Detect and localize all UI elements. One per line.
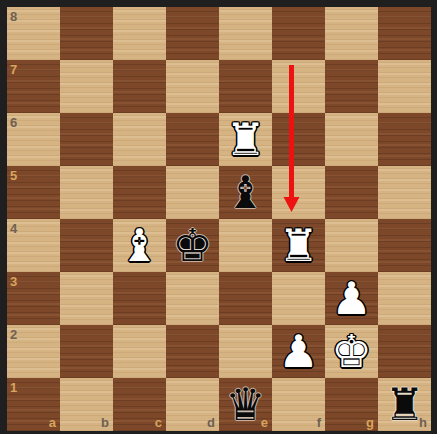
file-label-a: a [49,416,56,429]
square-f5[interactable] [272,166,325,219]
rank-label-5: 5 [10,169,17,182]
piece-white-pawn[interactable]: ♟ [272,325,325,378]
square-b2[interactable] [60,325,113,378]
square-a8[interactable]: 8 [7,7,60,60]
square-a5[interactable]: 5 [7,166,60,219]
square-c7[interactable] [113,60,166,113]
square-c4[interactable]: ♝ [113,219,166,272]
square-d6[interactable] [166,113,219,166]
piece-black-king[interactable]: ♚ [166,219,219,272]
square-c8[interactable] [113,7,166,60]
rank-label-2: 2 [10,328,17,341]
square-f7[interactable] [272,60,325,113]
square-h3[interactable] [378,272,431,325]
square-e2[interactable] [219,325,272,378]
square-d8[interactable] [166,7,219,60]
rank-label-3: 3 [10,275,17,288]
square-d7[interactable] [166,60,219,113]
piece-white-pawn[interactable]: ♟ [325,272,378,325]
rank-label-7: 7 [10,63,17,76]
square-f3[interactable] [272,272,325,325]
square-c6[interactable] [113,113,166,166]
piece-white-rook[interactable]: ♜ [272,219,325,272]
square-c5[interactable] [113,166,166,219]
square-d1[interactable]: d [166,378,219,431]
square-g3[interactable]: ♟ [325,272,378,325]
piece-black-rook[interactable]: ♜ [378,378,431,431]
square-f2[interactable]: ♟ [272,325,325,378]
square-c2[interactable] [113,325,166,378]
file-label-c: c [155,416,162,429]
square-g6[interactable] [325,113,378,166]
chess-board: 876♜5♝4♝♚♜3♟2♟♚1abcde♛fgh♜ [7,7,431,431]
piece-white-king[interactable]: ♚ [325,325,378,378]
square-h5[interactable] [378,166,431,219]
square-e1[interactable]: e♛ [219,378,272,431]
square-g4[interactable] [325,219,378,272]
file-label-b: b [101,416,109,429]
square-b5[interactable] [60,166,113,219]
square-d2[interactable] [166,325,219,378]
square-h6[interactable] [378,113,431,166]
square-f6[interactable] [272,113,325,166]
square-b6[interactable] [60,113,113,166]
square-a4[interactable]: 4 [7,219,60,272]
piece-black-bishop[interactable]: ♝ [219,166,272,219]
square-a7[interactable]: 7 [7,60,60,113]
piece-white-rook[interactable]: ♜ [219,113,272,166]
square-e5[interactable]: ♝ [219,166,272,219]
file-label-g: g [366,416,374,429]
square-e8[interactable] [219,7,272,60]
square-b1[interactable]: b [60,378,113,431]
rank-label-1: 1 [10,381,17,394]
square-h4[interactable] [378,219,431,272]
square-a2[interactable]: 2 [7,325,60,378]
square-e3[interactable] [219,272,272,325]
square-a3[interactable]: 3 [7,272,60,325]
square-e7[interactable] [219,60,272,113]
square-b3[interactable] [60,272,113,325]
square-a1[interactable]: 1a [7,378,60,431]
file-label-d: d [207,416,215,429]
chessboard-frame: 876♜5♝4♝♚♜3♟2♟♚1abcde♛fgh♜ [0,0,437,434]
square-d3[interactable] [166,272,219,325]
square-f1[interactable]: f [272,378,325,431]
square-b7[interactable] [60,60,113,113]
square-g2[interactable]: ♚ [325,325,378,378]
square-a6[interactable]: 6 [7,113,60,166]
square-c3[interactable] [113,272,166,325]
rank-label-6: 6 [10,116,17,129]
square-f4[interactable]: ♜ [272,219,325,272]
square-g1[interactable]: g [325,378,378,431]
rank-label-8: 8 [10,10,17,23]
piece-white-bishop[interactable]: ♝ [113,219,166,272]
piece-black-queen[interactable]: ♛ [219,378,272,431]
square-h1[interactable]: h♜ [378,378,431,431]
file-label-f: f [317,416,321,429]
square-h2[interactable] [378,325,431,378]
square-h8[interactable] [378,7,431,60]
square-d4[interactable]: ♚ [166,219,219,272]
square-f8[interactable] [272,7,325,60]
square-b4[interactable] [60,219,113,272]
square-g8[interactable] [325,7,378,60]
square-d5[interactable] [166,166,219,219]
square-e4[interactable] [219,219,272,272]
square-b8[interactable] [60,7,113,60]
square-g5[interactable] [325,166,378,219]
square-g7[interactable] [325,60,378,113]
rank-label-4: 4 [10,222,17,235]
square-h7[interactable] [378,60,431,113]
square-e6[interactable]: ♜ [219,113,272,166]
square-c1[interactable]: c [113,378,166,431]
